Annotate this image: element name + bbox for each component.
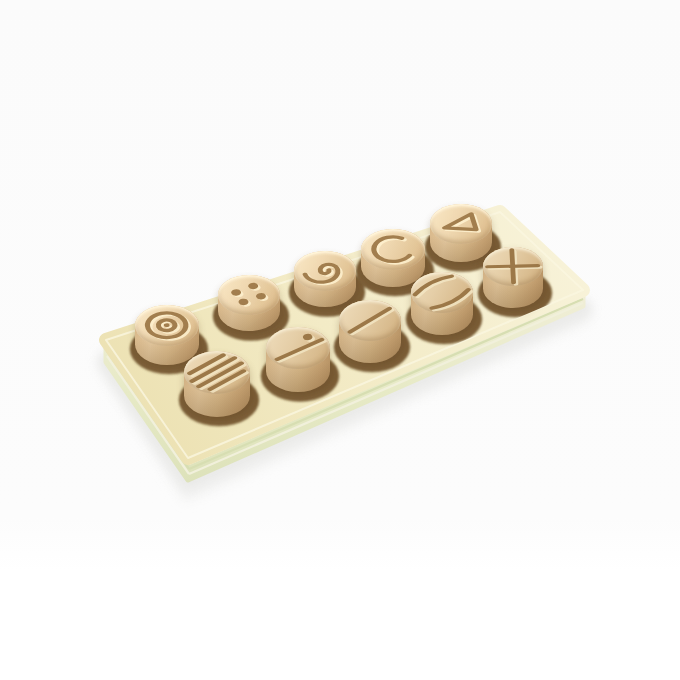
pieces-layer bbox=[0, 0, 680, 680]
diagonal-stripes-pattern-icon bbox=[184, 351, 250, 394]
line-and-dot-pattern-icon bbox=[266, 327, 330, 369]
triangle-pattern-icon bbox=[430, 204, 492, 244]
piece-top-face bbox=[483, 247, 543, 286]
piece-top-face bbox=[135, 305, 199, 346]
piece-top-face bbox=[430, 204, 492, 244]
concentric-circles-pattern-icon bbox=[135, 305, 199, 346]
piece-top-face bbox=[361, 229, 425, 270]
piece-top-face bbox=[411, 272, 473, 313]
spiral-pattern-icon bbox=[294, 251, 356, 291]
piece-four-dots[interactable] bbox=[218, 275, 280, 331]
four-dots-pattern-icon bbox=[218, 275, 280, 315]
cross-quarters-pattern-icon bbox=[483, 247, 543, 286]
piece-diagonal-stripes[interactable] bbox=[184, 351, 250, 417]
piece-top-face bbox=[294, 251, 356, 291]
product-photo-scene bbox=[0, 0, 680, 680]
piece-diagonal-line[interactable] bbox=[339, 300, 401, 363]
piece-top-face bbox=[266, 327, 330, 369]
open-arc-pattern-icon bbox=[361, 229, 425, 270]
double-arc-pattern-icon bbox=[411, 272, 473, 313]
piece-top-face bbox=[339, 300, 401, 341]
piece-line-and-dot[interactable] bbox=[266, 327, 330, 392]
piece-double-arc[interactable] bbox=[411, 272, 473, 335]
diagonal-line-pattern-icon bbox=[339, 300, 401, 341]
piece-top-face bbox=[184, 351, 250, 394]
piece-top-face bbox=[218, 275, 280, 315]
piece-cross-quarters[interactable] bbox=[483, 247, 543, 308]
